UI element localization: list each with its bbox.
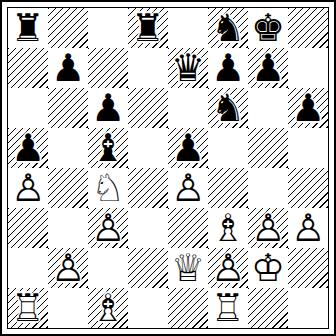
black-piece-glyph: ♞ [211,88,245,128]
white-piece-outline: ♗ [211,208,245,248]
square-e8[interactable] [168,8,208,48]
square-e5[interactable]: ♟ [168,128,208,168]
square-c6[interactable]: ♟ [88,88,128,128]
white-piece-outline: ♙ [51,248,85,288]
white-pawn-icon[interactable]: ♟♙ [248,208,288,248]
square-d2[interactable] [128,248,168,288]
square-d6[interactable] [128,88,168,128]
square-e7[interactable]: ♛ [168,48,208,88]
black-piece-glyph: ♞ [211,8,245,48]
square-g1[interactable] [248,288,288,328]
black-rook-icon[interactable]: ♜ [128,8,168,48]
white-queen-icon[interactable]: ♛♕ [168,248,208,288]
black-piece-glyph: ♟ [171,128,205,168]
black-queen-icon[interactable]: ♛ [168,48,208,88]
square-f3[interactable]: ♝♗ [208,208,248,248]
square-d3[interactable] [128,208,168,248]
white-piece-outline: ♗ [91,288,125,328]
square-b6[interactable] [48,88,88,128]
square-h8[interactable] [288,8,328,48]
white-pawn-icon[interactable]: ♟♙ [288,208,328,248]
square-a1[interactable]: ♜♖ [8,288,48,328]
square-c7[interactable] [88,48,128,88]
square-b3[interactable] [48,208,88,248]
square-f4[interactable] [208,168,248,208]
black-piece-glyph: ♝ [91,128,125,168]
square-c3[interactable]: ♟♙ [88,208,128,248]
black-pawn-icon[interactable]: ♟ [168,128,208,168]
square-b7[interactable]: ♟ [48,48,88,88]
black-pawn-icon[interactable]: ♟ [88,88,128,128]
white-piece-outline: ♔ [251,248,285,288]
board-frame: ♜♜♞♚♟♛♟♟♟♞♟♟♝♟♟♙♞♘♟♙♟♙♝♗♟♙♟♙♟♙♛♕♟♙♚♔♜♖♝♗… [7,7,329,329]
black-piece-glyph: ♟ [11,128,45,168]
black-pawn-icon[interactable]: ♟ [8,128,48,168]
square-h3[interactable]: ♟♙ [288,208,328,248]
black-pawn-icon[interactable]: ♟ [288,88,328,128]
square-f5[interactable] [208,128,248,168]
white-piece-outline: ♙ [91,208,125,248]
square-g7[interactable]: ♟ [248,48,288,88]
square-a4[interactable]: ♟♙ [8,168,48,208]
white-piece-outline: ♙ [11,168,45,208]
white-piece-outline: ♙ [171,168,205,208]
square-g5[interactable] [248,128,288,168]
black-pawn-icon[interactable]: ♟ [208,48,248,88]
black-bishop-icon[interactable]: ♝ [88,128,128,168]
square-a5[interactable]: ♟ [8,128,48,168]
square-h6[interactable]: ♟ [288,88,328,128]
white-piece-outline: ♘ [91,168,125,208]
square-e2[interactable]: ♛♕ [168,248,208,288]
square-h2[interactable] [288,248,328,288]
black-piece-glyph: ♛ [171,48,205,88]
white-piece-outline: ♙ [251,208,285,248]
black-piece-glyph: ♟ [211,48,245,88]
square-a6[interactable] [8,88,48,128]
white-pawn-icon[interactable]: ♟♙ [208,248,248,288]
black-king-icon[interactable]: ♚ [248,8,288,48]
white-bishop-icon[interactable]: ♝♗ [88,288,128,328]
square-g4[interactable] [248,168,288,208]
square-c2[interactable] [88,248,128,288]
square-h1[interactable] [288,288,328,328]
black-piece-glyph: ♟ [91,88,125,128]
square-c5[interactable]: ♝ [88,128,128,168]
square-h7[interactable] [288,48,328,88]
black-piece-glyph: ♟ [251,48,285,88]
black-pawn-icon[interactable]: ♟ [248,48,288,88]
square-c8[interactable] [88,8,128,48]
black-piece-glyph: ♜ [11,8,45,48]
square-e4[interactable]: ♟♙ [168,168,208,208]
square-e1[interactable] [168,288,208,328]
square-b2[interactable]: ♟♙ [48,248,88,288]
square-b4[interactable] [48,168,88,208]
square-e3[interactable] [168,208,208,248]
square-b8[interactable] [48,8,88,48]
square-f1[interactable]: ♜♖ [208,288,248,328]
square-g3[interactable]: ♟♙ [248,208,288,248]
white-piece-outline: ♕ [171,248,205,288]
square-b5[interactable] [48,128,88,168]
square-f2[interactable]: ♟♙ [208,248,248,288]
white-pawn-icon[interactable]: ♟♙ [168,168,208,208]
square-a7[interactable] [8,48,48,88]
square-d8[interactable]: ♜ [128,8,168,48]
square-a2[interactable] [8,248,48,288]
white-pawn-icon[interactable]: ♟♙ [8,168,48,208]
square-d1[interactable] [128,288,168,328]
white-pawn-icon[interactable]: ♟♙ [48,248,88,288]
square-g8[interactable]: ♚ [248,8,288,48]
black-piece-glyph: ♜ [131,8,165,48]
square-c4[interactable]: ♞♘ [88,168,128,208]
black-pawn-icon[interactable]: ♟ [48,48,88,88]
white-piece-outline: ♙ [291,208,325,248]
white-bishop-icon[interactable]: ♝♗ [208,208,248,248]
square-g6[interactable] [248,88,288,128]
white-pawn-icon[interactable]: ♟♙ [88,208,128,248]
white-rook-icon[interactable]: ♜♖ [8,288,48,328]
black-knight-icon[interactable]: ♞ [208,88,248,128]
square-h5[interactable] [288,128,328,168]
black-piece-glyph: ♚ [251,8,285,48]
black-piece-glyph: ♟ [51,48,85,88]
square-b1[interactable] [48,288,88,328]
square-f7[interactable]: ♟ [208,48,248,88]
square-d7[interactable] [128,48,168,88]
black-rook-icon[interactable]: ♜ [8,8,48,48]
square-g2[interactable]: ♚♔ [248,248,288,288]
white-rook-icon[interactable]: ♜♖ [208,288,248,328]
white-piece-outline: ♖ [11,288,45,328]
black-piece-glyph: ♟ [291,88,325,128]
square-h4[interactable] [288,168,328,208]
square-a3[interactable] [8,208,48,248]
square-d5[interactable] [128,128,168,168]
chess-diagram: ♜♜♞♚♟♛♟♟♟♞♟♟♝♟♟♙♞♘♟♙♟♙♝♗♟♙♟♙♟♙♛♕♟♙♚♔♜♖♝♗… [0,0,336,336]
black-knight-icon[interactable]: ♞ [208,8,248,48]
white-knight-icon[interactable]: ♞♘ [88,168,128,208]
square-f8[interactable]: ♞ [208,8,248,48]
white-piece-outline: ♙ [211,248,245,288]
white-king-icon[interactable]: ♚♔ [248,248,288,288]
chess-board: ♜♜♞♚♟♛♟♟♟♞♟♟♝♟♟♙♞♘♟♙♟♙♝♗♟♙♟♙♟♙♛♕♟♙♚♔♜♖♝♗… [8,8,328,328]
white-piece-outline: ♖ [211,288,245,328]
square-d4[interactable] [128,168,168,208]
square-c1[interactable]: ♝♗ [88,288,128,328]
square-e6[interactable] [168,88,208,128]
square-a8[interactable]: ♜ [8,8,48,48]
square-f6[interactable]: ♞ [208,88,248,128]
